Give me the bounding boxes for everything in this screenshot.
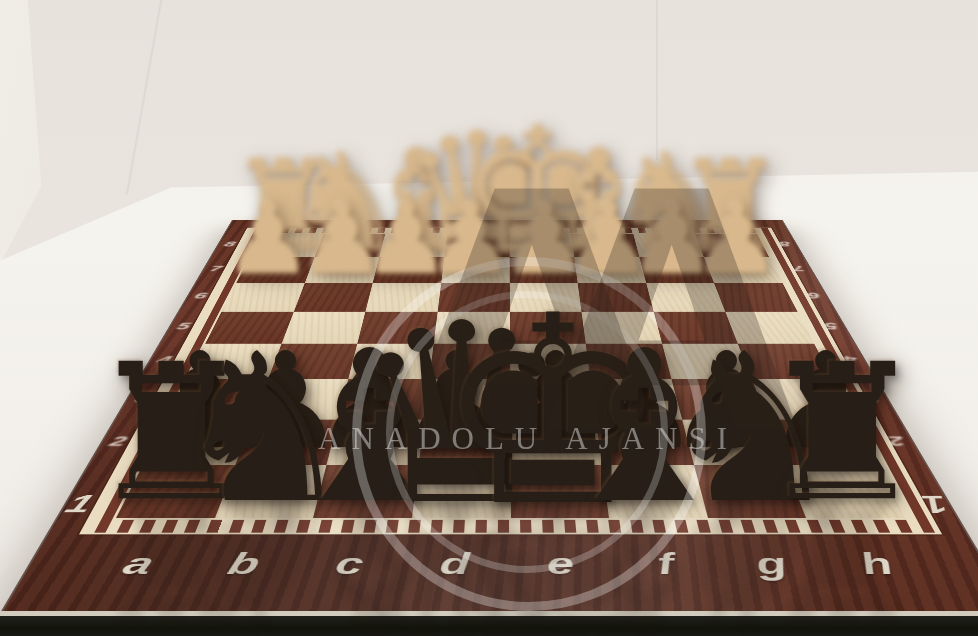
square-e7 — [509, 257, 577, 283]
square-a3 — [166, 379, 267, 419]
square-h6 — [714, 283, 797, 312]
square-c5 — [357, 312, 437, 344]
square-f6 — [577, 283, 653, 312]
square-h2 — [767, 419, 877, 465]
square-c7 — [373, 257, 445, 283]
square-f8 — [571, 234, 639, 257]
square-b2 — [234, 419, 337, 465]
square-f2 — [596, 419, 694, 465]
square-g3 — [671, 379, 767, 419]
square-c3 — [338, 379, 429, 419]
square-c1 — [313, 465, 418, 518]
square-b5 — [281, 312, 365, 344]
file-label-e: e — [507, 542, 615, 587]
photo-stage: abcdefgh 1 1 22334455667788 ♜♞♝♛♚♝♞♜♟♟♟♟… — [0, 0, 978, 636]
square-f1 — [602, 465, 708, 518]
square-c6 — [365, 283, 441, 312]
square-c4 — [348, 343, 433, 379]
square-h7 — [704, 257, 782, 283]
square-h1 — [785, 465, 904, 518]
square-h3 — [752, 379, 854, 419]
square-h5 — [725, 312, 814, 344]
square-b8 — [314, 234, 385, 257]
square-b1 — [214, 465, 326, 518]
square-d5 — [433, 312, 509, 344]
square-e1 — [510, 465, 609, 518]
square-c2 — [326, 419, 424, 465]
square-d3 — [424, 379, 510, 419]
chess-board: abcdefgh 1 1 22334455667788 — [0, 220, 978, 615]
square-f5 — [581, 312, 661, 344]
rank-label-7-right: 7 — [786, 264, 811, 273]
rank-label-7-left: 7 — [203, 264, 228, 273]
square-h8 — [695, 234, 769, 257]
file-label-c: c — [290, 542, 404, 587]
square-d6 — [437, 283, 509, 312]
square-d1 — [411, 465, 510, 518]
square-d8 — [444, 234, 509, 257]
square-g8 — [633, 234, 704, 257]
square-g4 — [661, 343, 751, 379]
square-e4 — [509, 343, 590, 379]
file-label-f: f — [609, 542, 723, 587]
mosaic-inlay-frame — [78, 228, 941, 535]
square-d2 — [418, 419, 510, 465]
square-b4 — [267, 343, 357, 379]
square-b6 — [293, 283, 372, 312]
square-f3 — [590, 379, 681, 419]
square-e6 — [509, 283, 581, 312]
file-coordinates: abcdefgh — [74, 542, 941, 587]
square-b7 — [304, 257, 379, 283]
square-a6 — [221, 283, 304, 312]
file-label-a: a — [74, 542, 200, 587]
square-g5 — [653, 312, 737, 344]
square-e8 — [509, 234, 574, 257]
square-a8 — [249, 234, 323, 257]
rank-label-8-right: 8 — [773, 240, 797, 248]
table-shadow-strip — [0, 616, 978, 636]
board-grid — [112, 233, 909, 520]
square-g6 — [646, 283, 725, 312]
rank-label-8-left: 8 — [218, 240, 242, 248]
square-a4 — [187, 343, 281, 379]
file-label-b: b — [182, 542, 302, 587]
square-e2 — [510, 419, 602, 465]
square-b3 — [252, 379, 348, 419]
square-e5 — [509, 312, 585, 344]
square-d7 — [441, 257, 509, 283]
square-a2 — [142, 419, 251, 465]
board-scene: abcdefgh 1 1 22334455667788 — [0, 0, 978, 636]
file-label-h: h — [814, 542, 940, 587]
rank-label-6-right: 6 — [800, 291, 827, 301]
square-e3 — [509, 379, 595, 419]
square-f4 — [585, 343, 670, 379]
square-a7 — [236, 257, 314, 283]
square-d4 — [429, 343, 510, 379]
square-a5 — [205, 312, 293, 344]
file-label-d: d — [399, 542, 507, 587]
square-f7 — [574, 257, 646, 283]
square-c8 — [379, 234, 447, 257]
file-label-g: g — [712, 542, 832, 587]
square-h4 — [738, 343, 833, 379]
square-g7 — [639, 257, 714, 283]
